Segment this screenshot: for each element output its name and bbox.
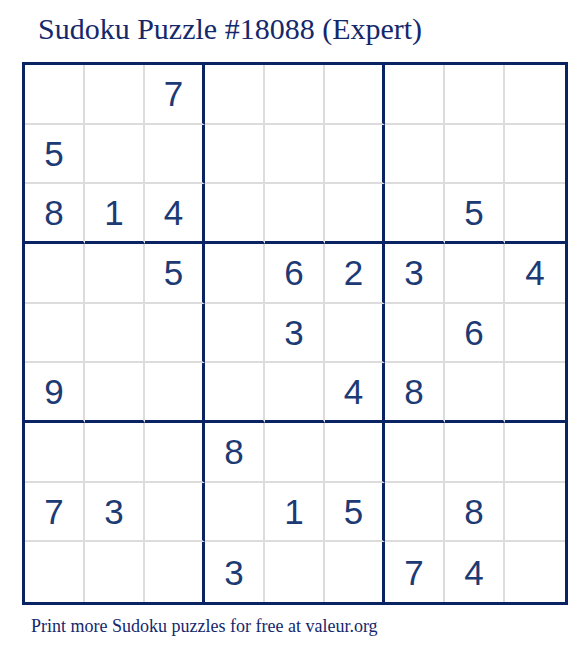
cell-r3c8[interactable]: 5 (445, 184, 505, 244)
cell-r7c2[interactable] (85, 423, 145, 483)
cell-r6c8[interactable] (445, 363, 505, 423)
cell-r6c7[interactable]: 8 (385, 363, 445, 423)
cell-r7c3[interactable] (145, 423, 205, 483)
sudoku-board: 7581455623436948873158374 (22, 62, 568, 605)
cell-r5c7[interactable] (385, 304, 445, 364)
cell-r1c6[interactable] (325, 65, 385, 125)
cell-r5c2[interactable] (85, 304, 145, 364)
cell-r5c5[interactable]: 3 (265, 304, 325, 364)
cell-r2c4[interactable] (205, 125, 265, 185)
cell-r3c4[interactable] (205, 184, 265, 244)
cell-r2c6[interactable] (325, 125, 385, 185)
cell-r1c3[interactable]: 7 (145, 65, 205, 125)
cell-r4c2[interactable] (85, 244, 145, 304)
cell-r9c2[interactable] (85, 542, 145, 602)
cell-r2c5[interactable] (265, 125, 325, 185)
cell-r6c6[interactable]: 4 (325, 363, 385, 423)
cell-r2c8[interactable] (445, 125, 505, 185)
cell-r2c3[interactable] (145, 125, 205, 185)
cell-r8c7[interactable] (385, 483, 445, 543)
cell-r3c6[interactable] (325, 184, 385, 244)
cell-r8c3[interactable] (145, 483, 205, 543)
cell-r8c5[interactable]: 1 (265, 483, 325, 543)
cell-r6c9[interactable] (505, 363, 565, 423)
cell-r1c2[interactable] (85, 65, 145, 125)
cell-r9c9[interactable] (505, 542, 565, 602)
cell-r7c9[interactable] (505, 423, 565, 483)
cell-r1c4[interactable] (205, 65, 265, 125)
cell-r4c4[interactable] (205, 244, 265, 304)
cell-r5c8[interactable]: 6 (445, 304, 505, 364)
cell-r4c3[interactable]: 5 (145, 244, 205, 304)
cell-r2c9[interactable] (505, 125, 565, 185)
cell-r2c1[interactable]: 5 (25, 125, 85, 185)
cell-r1c9[interactable] (505, 65, 565, 125)
cell-r1c8[interactable] (445, 65, 505, 125)
cell-r8c8[interactable]: 8 (445, 483, 505, 543)
cell-r9c4[interactable]: 3 (205, 542, 265, 602)
cell-r1c5[interactable] (265, 65, 325, 125)
cell-r7c8[interactable] (445, 423, 505, 483)
sudoku-print-page: Sudoku Puzzle #18088 (Expert) 7581455623… (0, 0, 580, 651)
cell-r2c7[interactable] (385, 125, 445, 185)
cell-r5c3[interactable] (145, 304, 205, 364)
cell-r6c4[interactable] (205, 363, 265, 423)
cell-r1c1[interactable] (25, 65, 85, 125)
cell-r1c7[interactable] (385, 65, 445, 125)
cell-r9c5[interactable] (265, 542, 325, 602)
cell-r9c6[interactable] (325, 542, 385, 602)
cell-r3c1[interactable]: 8 (25, 184, 85, 244)
footer-text: Print more Sudoku puzzles for free at va… (31, 616, 378, 637)
cell-r8c4[interactable] (205, 483, 265, 543)
cell-r4c8[interactable] (445, 244, 505, 304)
cell-r5c9[interactable] (505, 304, 565, 364)
cell-r9c3[interactable] (145, 542, 205, 602)
page-title: Sudoku Puzzle #18088 (Expert) (38, 12, 422, 46)
cell-r6c5[interactable] (265, 363, 325, 423)
cell-r9c8[interactable]: 4 (445, 542, 505, 602)
cell-r4c1[interactable] (25, 244, 85, 304)
cell-r6c2[interactable] (85, 363, 145, 423)
cell-r5c6[interactable] (325, 304, 385, 364)
cell-r7c7[interactable] (385, 423, 445, 483)
cell-r4c5[interactable]: 6 (265, 244, 325, 304)
cell-r4c6[interactable]: 2 (325, 244, 385, 304)
cell-r8c9[interactable] (505, 483, 565, 543)
cell-r3c5[interactable] (265, 184, 325, 244)
cell-r9c1[interactable] (25, 542, 85, 602)
cell-r9c7[interactable]: 7 (385, 542, 445, 602)
cell-r2c2[interactable] (85, 125, 145, 185)
cell-r8c2[interactable]: 3 (85, 483, 145, 543)
cell-r7c1[interactable] (25, 423, 85, 483)
cell-r8c6[interactable]: 5 (325, 483, 385, 543)
cell-r3c9[interactable] (505, 184, 565, 244)
cell-r3c7[interactable] (385, 184, 445, 244)
cell-r8c1[interactable]: 7 (25, 483, 85, 543)
cell-r7c6[interactable] (325, 423, 385, 483)
cell-r7c5[interactable] (265, 423, 325, 483)
cell-r7c4[interactable]: 8 (205, 423, 265, 483)
cell-r5c4[interactable] (205, 304, 265, 364)
cell-r3c3[interactable]: 4 (145, 184, 205, 244)
cell-r3c2[interactable]: 1 (85, 184, 145, 244)
cell-r5c1[interactable] (25, 304, 85, 364)
cell-r6c3[interactable] (145, 363, 205, 423)
cell-r4c7[interactable]: 3 (385, 244, 445, 304)
cell-r4c9[interactable]: 4 (505, 244, 565, 304)
cell-r6c1[interactable]: 9 (25, 363, 85, 423)
